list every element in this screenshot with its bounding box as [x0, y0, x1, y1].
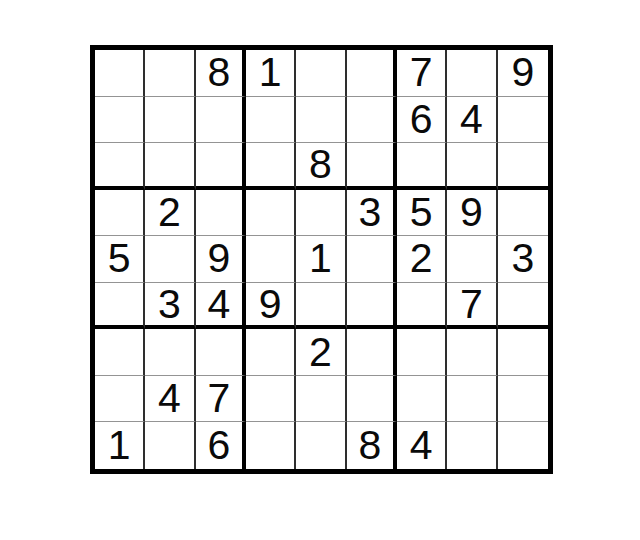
- cell-r4c7[interactable]: 5: [397, 190, 447, 237]
- cell-r8c2[interactable]: 4: [145, 376, 195, 423]
- cell-r7c6[interactable]: [347, 329, 397, 376]
- cell-r4c4[interactable]: [246, 190, 296, 237]
- cell-r7c1[interactable]: [95, 329, 145, 376]
- cell-r1c9[interactable]: 9: [498, 50, 548, 97]
- cell-r3c6[interactable]: [347, 143, 397, 190]
- cell-r1c3[interactable]: 8: [196, 50, 246, 97]
- cell-r8c1[interactable]: [95, 376, 145, 423]
- cell-r6c1[interactable]: [95, 283, 145, 330]
- cell-r2c2[interactable]: [145, 97, 195, 144]
- cell-r3c8[interactable]: [447, 143, 497, 190]
- cell-r9c2[interactable]: [145, 422, 195, 469]
- cell-r9c5[interactable]: [296, 422, 346, 469]
- cell-r1c4[interactable]: 1: [246, 50, 296, 97]
- cell-r5c9[interactable]: 3: [498, 236, 548, 283]
- cell-r2c9[interactable]: [498, 97, 548, 144]
- cell-r3c2[interactable]: [145, 143, 195, 190]
- cell-r5c1[interactable]: 5: [95, 236, 145, 283]
- cell-r6c8[interactable]: 7: [447, 283, 497, 330]
- cell-r9c9[interactable]: [498, 422, 548, 469]
- cell-r7c7[interactable]: [397, 329, 447, 376]
- cell-r1c6[interactable]: [347, 50, 397, 97]
- cell-r6c5[interactable]: [296, 283, 346, 330]
- cell-r5c6[interactable]: [347, 236, 397, 283]
- cell-r7c2[interactable]: [145, 329, 195, 376]
- cell-r7c5[interactable]: 2: [296, 329, 346, 376]
- cell-r5c3[interactable]: 9: [196, 236, 246, 283]
- cell-r9c6[interactable]: 8: [347, 422, 397, 469]
- cell-r2c7[interactable]: 6: [397, 97, 447, 144]
- cell-r6c3[interactable]: 4: [196, 283, 246, 330]
- cell-r9c3[interactable]: 6: [196, 422, 246, 469]
- cell-r6c4[interactable]: 9: [246, 283, 296, 330]
- sudoku-page: 817964823595912334972471684: [0, 0, 640, 540]
- cell-r6c9[interactable]: [498, 283, 548, 330]
- cell-r4c1[interactable]: [95, 190, 145, 237]
- cell-r8c3[interactable]: 7: [196, 376, 246, 423]
- sudoku-board: 817964823595912334972471684: [90, 45, 553, 474]
- cell-r8c5[interactable]: [296, 376, 346, 423]
- cell-r2c3[interactable]: [196, 97, 246, 144]
- cell-r1c8[interactable]: [447, 50, 497, 97]
- cell-r9c7[interactable]: 4: [397, 422, 447, 469]
- cell-r1c5[interactable]: [296, 50, 346, 97]
- cell-r2c4[interactable]: [246, 97, 296, 144]
- cell-r8c8[interactable]: [447, 376, 497, 423]
- cell-r9c8[interactable]: [447, 422, 497, 469]
- cell-r3c9[interactable]: [498, 143, 548, 190]
- cell-r1c2[interactable]: [145, 50, 195, 97]
- cell-r2c8[interactable]: 4: [447, 97, 497, 144]
- cell-r5c2[interactable]: [145, 236, 195, 283]
- cell-r6c2[interactable]: 3: [145, 283, 195, 330]
- cell-r3c4[interactable]: [246, 143, 296, 190]
- cell-r7c9[interactable]: [498, 329, 548, 376]
- cell-r8c6[interactable]: [347, 376, 397, 423]
- cell-r7c8[interactable]: [447, 329, 497, 376]
- cell-r4c8[interactable]: 9: [447, 190, 497, 237]
- cell-r5c8[interactable]: [447, 236, 497, 283]
- cell-r9c4[interactable]: [246, 422, 296, 469]
- cell-r8c9[interactable]: [498, 376, 548, 423]
- cell-r9c1[interactable]: 1: [95, 422, 145, 469]
- cell-r4c3[interactable]: [196, 190, 246, 237]
- cell-r4c6[interactable]: 3: [347, 190, 397, 237]
- cell-r8c4[interactable]: [246, 376, 296, 423]
- cell-r4c2[interactable]: 2: [145, 190, 195, 237]
- cell-r3c3[interactable]: [196, 143, 246, 190]
- cell-r6c7[interactable]: [397, 283, 447, 330]
- cell-r4c9[interactable]: [498, 190, 548, 237]
- cell-r3c5[interactable]: 8: [296, 143, 346, 190]
- cell-r2c6[interactable]: [347, 97, 397, 144]
- cell-r4c5[interactable]: [296, 190, 346, 237]
- cell-r1c1[interactable]: [95, 50, 145, 97]
- cell-r3c7[interactable]: [397, 143, 447, 190]
- cell-r3c1[interactable]: [95, 143, 145, 190]
- cell-r8c7[interactable]: [397, 376, 447, 423]
- cell-r6c6[interactable]: [347, 283, 397, 330]
- cell-r7c3[interactable]: [196, 329, 246, 376]
- cell-r1c7[interactable]: 7: [397, 50, 447, 97]
- cell-r2c1[interactable]: [95, 97, 145, 144]
- cell-r5c4[interactable]: [246, 236, 296, 283]
- cell-r5c7[interactable]: 2: [397, 236, 447, 283]
- cell-r5c5[interactable]: 1: [296, 236, 346, 283]
- cell-r2c5[interactable]: [296, 97, 346, 144]
- cell-r7c4[interactable]: [246, 329, 296, 376]
